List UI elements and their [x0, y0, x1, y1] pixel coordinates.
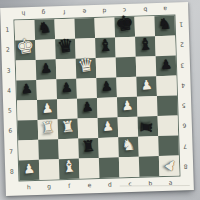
piece-black-pawn[interactable]: ♟ [56, 76, 78, 98]
square-a3[interactable]: ♟ [156, 56, 177, 77]
square-d4[interactable]: ♟ [96, 77, 117, 98]
file-label: b [135, 4, 156, 15]
rank-label: 7 [5, 141, 17, 162]
file-label: d [94, 5, 115, 16]
rank-label: 2 [176, 34, 188, 55]
square-d8[interactable] [99, 157, 120, 178]
square-f2[interactable]: ♛ [55, 39, 76, 60]
rank-label: 5 [4, 101, 16, 122]
file-label: f [54, 7, 75, 18]
piece-black-bishop[interactable]: ♝ [94, 35, 116, 57]
square-h6[interactable] [18, 120, 39, 141]
square-e8[interactable] [79, 158, 100, 179]
photo-background: hgfedcba hgfedcba 12345678 12345678 ♞♚♞♚… [0, 0, 200, 200]
square-d2[interactable]: ♝ [95, 37, 116, 58]
rank-label: 3 [177, 55, 189, 76]
rank-label: 2 [2, 40, 14, 61]
square-g3[interactable]: ♟ [36, 59, 57, 80]
file-label: e [74, 6, 95, 17]
square-g1[interactable]: ♞ [34, 19, 55, 40]
piece-white-knight[interactable]: ♞ [118, 134, 140, 156]
rank-label: 6 [5, 121, 17, 142]
square-f4[interactable]: ♟ [56, 79, 77, 100]
rank-label: 6 [179, 115, 191, 136]
square-b7[interactable] [138, 136, 159, 157]
file-label: a [160, 176, 181, 189]
square-g6[interactable]: ♜ [38, 119, 59, 140]
piece-white-queen[interactable]: ♛ [75, 54, 98, 77]
square-e5[interactable]: ♟ [77, 98, 98, 119]
piece-black-pawn[interactable]: ♟ [155, 53, 177, 75]
chessboard: hgfedcba hgfedcba 12345678 12345678 ♞♚♞♚… [0, 2, 194, 196]
square-c5[interactable]: ♟ [117, 97, 138, 118]
file-label: h [19, 181, 40, 194]
square-c7[interactable]: ♞ [118, 137, 139, 158]
board-grid: ♞♚♞♚♛♝♝♟♛♟♟♟♟♟♟♟♟♜♜♟♜♜♞♟♝♟ [13, 14, 180, 181]
rank-label: 5 [178, 95, 190, 116]
square-h5[interactable] [17, 100, 38, 121]
rank-label: 4 [3, 80, 15, 101]
rank-label: 4 [177, 75, 189, 96]
rank-label: 8 [6, 161, 18, 182]
square-c8[interactable] [119, 157, 140, 178]
file-label: h [13, 8, 34, 19]
piece-black-rook[interactable]: ♜ [135, 117, 156, 138]
square-b6[interactable]: ♜ [138, 116, 159, 137]
piece-black-king[interactable]: ♚ [113, 12, 136, 35]
square-a6[interactable] [158, 115, 179, 136]
square-d6[interactable]: ♟ [98, 117, 119, 138]
piece-white-pawn[interactable]: ♟ [116, 94, 138, 116]
square-a8[interactable]: ♟ [159, 155, 180, 176]
piece-black-queen[interactable]: ♛ [54, 35, 77, 58]
square-a5[interactable] [157, 95, 178, 116]
file-label: g [39, 180, 60, 193]
piece-white-rook[interactable]: ♜ [37, 117, 59, 139]
square-f6[interactable]: ♜ [58, 119, 79, 140]
square-c3[interactable] [116, 57, 137, 78]
piece-white-pawn[interactable]: ♟ [97, 115, 119, 137]
piece-black-rook[interactable]: ♜ [78, 135, 100, 157]
rank-label: 1 [1, 20, 13, 41]
piece-black-bishop[interactable]: ♝ [134, 33, 156, 55]
square-c1[interactable]: ♚ [114, 17, 135, 38]
square-h4[interactable]: ♟ [16, 80, 37, 101]
file-label: d [100, 178, 121, 191]
piece-white-pawn[interactable]: ♟ [136, 73, 158, 95]
square-g7[interactable] [38, 139, 59, 160]
file-label: e [79, 179, 100, 192]
square-b5[interactable] [137, 96, 158, 117]
piece-white-king[interactable]: ♚ [14, 35, 37, 58]
square-f8[interactable]: ♝ [59, 159, 80, 180]
piece-black-knight[interactable]: ♞ [34, 17, 56, 39]
square-d7[interactable] [98, 137, 119, 158]
square-e7[interactable]: ♜ [78, 138, 99, 159]
piece-black-pawn[interactable]: ♟ [76, 95, 98, 117]
square-g8[interactable] [39, 159, 60, 180]
piece-white-bishop[interactable]: ♝ [58, 156, 80, 178]
square-a1[interactable]: ♞ [154, 16, 175, 37]
piece-white-pawn[interactable]: ♟ [36, 97, 58, 119]
file-label: f [59, 180, 80, 193]
piece-black-pawn[interactable]: ♟ [16, 77, 38, 99]
square-b2[interactable]: ♝ [135, 36, 156, 57]
piece-white-pawn[interactable]: ♟ [18, 157, 40, 179]
square-h8[interactable]: ♟ [19, 160, 40, 181]
rank-label: 1 [175, 14, 187, 35]
file-label: c [120, 178, 141, 191]
file-label: b [140, 177, 161, 190]
square-a4[interactable] [156, 75, 177, 96]
piece-black-pawn[interactable]: ♟ [35, 57, 57, 79]
rank-label: 7 [179, 136, 191, 157]
square-b4[interactable]: ♟ [136, 76, 157, 97]
piece-black-pawn[interactable]: ♟ [96, 75, 118, 97]
square-c2[interactable] [115, 37, 136, 58]
square-e3[interactable]: ♛ [76, 58, 97, 79]
rank-label: 3 [3, 60, 15, 81]
square-e1[interactable] [74, 18, 95, 39]
square-h2[interactable]: ♚ [15, 40, 36, 61]
piece-black-knight[interactable]: ♞ [154, 13, 176, 35]
piece-white-rook[interactable]: ♜ [57, 116, 79, 138]
